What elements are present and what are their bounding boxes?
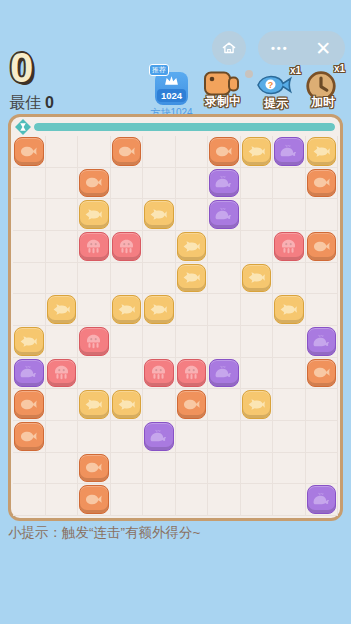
board-cell: [13, 358, 46, 390]
board-cell: [78, 199, 111, 231]
board-cell: [208, 136, 241, 168]
board-cell: [13, 168, 46, 200]
board-cell: [143, 326, 176, 358]
game-board: [8, 114, 343, 521]
orange-fish-icon: [312, 237, 331, 256]
yellow-fish-icon: [247, 268, 266, 287]
board-cell: [46, 389, 79, 421]
pink-jellyfish-icon: [84, 332, 103, 351]
board-cell: [13, 389, 46, 421]
orange-fish-icon: [84, 458, 103, 477]
board-cell: [111, 389, 144, 421]
board-cell: [143, 199, 176, 231]
board-cell: [13, 263, 46, 295]
board-cell: [306, 231, 339, 263]
board-cell: [13, 136, 46, 168]
board-cell: [143, 389, 176, 421]
board-cell: [46, 231, 79, 263]
board-cell: [306, 136, 339, 168]
board-cell: [176, 484, 209, 516]
board-cell: [78, 484, 111, 516]
board-cell: [241, 231, 274, 263]
board-cell: [176, 199, 209, 231]
board-cell: [273, 484, 306, 516]
tile-orange-fish[interactable]: [14, 422, 44, 451]
board-cell: [273, 453, 306, 485]
tile-purple-whale[interactable]: [144, 422, 174, 451]
board-cell: [13, 231, 46, 263]
tile-orange-fish[interactable]: [307, 359, 337, 388]
board-cell: [143, 484, 176, 516]
board-cell: [111, 453, 144, 485]
promo-tag: 推荐: [149, 64, 169, 76]
board-cell: [46, 294, 79, 326]
board-cell: [111, 168, 144, 200]
board-cell: [306, 358, 339, 390]
board-cell: [306, 294, 339, 326]
orange-fish-icon: [312, 363, 331, 382]
board-cell: [111, 326, 144, 358]
board-cell: [46, 263, 79, 295]
board-cell: [143, 136, 176, 168]
time-progress-track: [34, 123, 335, 131]
tile-pink-jellyfish[interactable]: [47, 359, 77, 388]
tile-yellow-fish[interactable]: [177, 264, 207, 293]
purple-whale-icon: [312, 490, 331, 509]
board-cell: [241, 421, 274, 453]
tile-yellow-fish[interactable]: [112, 295, 142, 324]
board-cell: [306, 453, 339, 485]
tile-yellow-fish[interactable]: [177, 232, 207, 261]
tile-orange-fish[interactable]: [112, 137, 142, 166]
tile-yellow-fish[interactable]: [242, 264, 272, 293]
tile-orange-fish[interactable]: [14, 390, 44, 419]
score-value: 0: [10, 44, 33, 92]
tile-pink-jellyfish[interactable]: [79, 327, 109, 356]
board-cell: [143, 231, 176, 263]
board-cell: [46, 453, 79, 485]
yellow-fish-icon: [279, 300, 298, 319]
board-cell: [78, 421, 111, 453]
tile-yellow-fish[interactable]: [144, 295, 174, 324]
add-time-count-badge: x1: [334, 63, 345, 74]
board-cell: [46, 484, 79, 516]
board-cell: [143, 294, 176, 326]
yellow-fish-icon: [182, 268, 201, 287]
board-cell: [306, 326, 339, 358]
board-cell: [46, 421, 79, 453]
board-cell: [13, 484, 46, 516]
board-cell: [273, 421, 306, 453]
board-cell: [208, 421, 241, 453]
best-value: 0: [45, 94, 54, 111]
board-cell: [241, 294, 274, 326]
board-cell: [111, 136, 144, 168]
time-progress-fill: [34, 123, 335, 131]
more-button[interactable]: •••: [258, 42, 302, 54]
tile-yellow-fish[interactable]: [112, 390, 142, 419]
purple-whale-icon: [312, 332, 331, 351]
yellow-fish-icon: [312, 142, 331, 161]
board-cell: [111, 358, 144, 390]
tile-purple-whale[interactable]: [209, 200, 239, 229]
board-cell: [241, 199, 274, 231]
tile-orange-fish[interactable]: [79, 485, 109, 514]
orange-fish-icon: [84, 490, 103, 509]
record-status-dot: [245, 70, 253, 78]
board-cell: [46, 358, 79, 390]
board-cell: [176, 389, 209, 421]
board-cell: [13, 421, 46, 453]
board-cell: [273, 231, 306, 263]
board-cell: [306, 199, 339, 231]
yellow-fish-icon: [247, 395, 266, 414]
board-cell: [111, 421, 144, 453]
hint-label: 提示: [255, 95, 297, 112]
tile-orange-fish[interactable]: [177, 390, 207, 419]
board-cell: [273, 358, 306, 390]
board-cell: [208, 453, 241, 485]
board-cell: [143, 358, 176, 390]
board-cell: [208, 199, 241, 231]
board-cell: [78, 168, 111, 200]
board-cell: [241, 136, 274, 168]
tile-yellow-fish[interactable]: [79, 200, 109, 229]
board-cell: [46, 168, 79, 200]
tile-purple-whale[interactable]: [14, 359, 44, 388]
yellow-fish-icon: [117, 300, 136, 319]
purple-whale-icon: [149, 427, 168, 446]
promo-number: 1024: [157, 89, 186, 102]
yellow-fish-icon: [149, 205, 168, 224]
board-cell: [78, 294, 111, 326]
orange-fish-icon: [312, 173, 331, 192]
board-cell: [208, 294, 241, 326]
tile-purple-whale[interactable]: [274, 137, 304, 166]
board-cell: [78, 358, 111, 390]
tile-pink-jellyfish[interactable]: [177, 359, 207, 388]
tile-pink-jellyfish[interactable]: [144, 359, 174, 388]
tile-yellow-fish[interactable]: [144, 200, 174, 229]
board-cell: [306, 168, 339, 200]
board-cell: [241, 484, 274, 516]
tile-orange-fish[interactable]: [79, 454, 109, 483]
yellow-fish-icon: [84, 205, 103, 224]
record-label: 录制中: [203, 93, 243, 110]
tile-pink-jellyfish[interactable]: [79, 232, 109, 261]
tile-purple-whale[interactable]: [307, 327, 337, 356]
board-grid: [13, 136, 338, 516]
orange-fish-icon: [84, 173, 103, 192]
tile-yellow-fish[interactable]: [274, 295, 304, 324]
promo-app-icon[interactable]: 1024: [155, 72, 188, 105]
purple-whale-icon: [214, 173, 233, 192]
board-cell: [241, 168, 274, 200]
purple-whale-icon: [214, 363, 233, 382]
board-cell: [208, 231, 241, 263]
best-label: 最佳: [9, 94, 41, 111]
tile-yellow-fish[interactable]: [47, 295, 77, 324]
board-cell: [208, 326, 241, 358]
pink-jellyfish-icon: [279, 237, 298, 256]
home-icon: [220, 39, 238, 57]
board-cell: [273, 136, 306, 168]
tile-yellow-fish[interactable]: [242, 390, 272, 419]
hint-count-badge: x1: [290, 65, 301, 76]
board-cell: [241, 453, 274, 485]
board-cell: [306, 263, 339, 295]
board-cell: [208, 389, 241, 421]
board-cell: [176, 136, 209, 168]
record-button[interactable]: 录制中: [203, 70, 243, 110]
add-time-button[interactable]: x1 加时: [304, 69, 342, 111]
tile-yellow-fish[interactable]: [307, 137, 337, 166]
board-cell: [273, 168, 306, 200]
board-cell: [111, 484, 144, 516]
yellow-fish-icon: [52, 300, 71, 319]
close-button[interactable]: ✕: [302, 37, 346, 60]
board-cell: [143, 168, 176, 200]
board-cell: [13, 453, 46, 485]
board-cell: [306, 484, 339, 516]
pink-jellyfish-icon: [52, 363, 71, 382]
board-cell: [78, 231, 111, 263]
purple-whale-icon: [19, 363, 38, 382]
tile-orange-fish[interactable]: [307, 232, 337, 261]
tile-orange-fish[interactable]: [79, 169, 109, 198]
board-cell: [143, 453, 176, 485]
svg-text:?: ?: [268, 80, 274, 90]
board-cell: [241, 389, 274, 421]
pink-jellyfish-icon: [182, 363, 201, 382]
orange-fish-icon: [19, 395, 38, 414]
yellow-fish-icon: [117, 395, 136, 414]
orange-fish-icon: [214, 142, 233, 161]
board-cell: [176, 231, 209, 263]
board-cell: [176, 326, 209, 358]
tile-purple-whale[interactable]: [307, 485, 337, 514]
timer-hourglass-icon: [15, 119, 31, 135]
tile-pink-jellyfish[interactable]: [274, 232, 304, 261]
board-cell: [176, 168, 209, 200]
tile-yellow-fish[interactable]: [79, 390, 109, 419]
tile-yellow-fish[interactable]: [14, 327, 44, 356]
purple-whale-icon: [279, 142, 298, 161]
tile-purple-whale[interactable]: [209, 359, 239, 388]
tile-pink-jellyfish[interactable]: [112, 232, 142, 261]
board-cell: [241, 326, 274, 358]
board-cell: [208, 168, 241, 200]
yellow-fish-icon: [19, 332, 38, 351]
board-cell: [46, 326, 79, 358]
board-cell: [241, 263, 274, 295]
board-cell: [78, 326, 111, 358]
board-cell: [46, 199, 79, 231]
capsule-menu: ••• ✕: [258, 31, 345, 65]
board-cell: [306, 421, 339, 453]
purple-whale-icon: [214, 205, 233, 224]
orange-fish-icon: [19, 427, 38, 446]
board-cell: [143, 263, 176, 295]
tile-orange-fish[interactable]: [307, 169, 337, 198]
crown-icon: [164, 75, 179, 86]
tile-purple-whale[interactable]: [209, 169, 239, 198]
orange-fish-icon: [182, 395, 201, 414]
board-cell: [208, 484, 241, 516]
board-cell: [208, 358, 241, 390]
board-cell: [176, 294, 209, 326]
board-cell: [176, 263, 209, 295]
board-cell: [176, 358, 209, 390]
pink-jellyfish-icon: [84, 237, 103, 256]
board-cell: [78, 263, 111, 295]
home-button[interactable]: [212, 31, 246, 65]
tile-orange-fish[interactable]: [14, 137, 44, 166]
tile-yellow-fish[interactable]: [242, 137, 272, 166]
board-cell: [208, 263, 241, 295]
orange-fish-icon: [19, 142, 38, 161]
board-cell: [273, 294, 306, 326]
board-cell: [273, 263, 306, 295]
pink-jellyfish-icon: [149, 363, 168, 382]
pink-jellyfish-icon: [117, 237, 136, 256]
yellow-fish-icon: [247, 142, 266, 161]
board-cell: [111, 263, 144, 295]
board-cell: [176, 453, 209, 485]
board-cell: [13, 326, 46, 358]
yellow-fish-icon: [149, 300, 168, 319]
board-cell: [111, 231, 144, 263]
add-time-label: 加时: [304, 94, 342, 111]
board-cell: [273, 326, 306, 358]
board-cell: [273, 389, 306, 421]
yellow-fish-icon: [84, 395, 103, 414]
tile-orange-fish[interactable]: [209, 137, 239, 166]
board-cell: [78, 389, 111, 421]
orange-fish-icon: [117, 142, 136, 161]
hint-button[interactable]: ? x1 提示: [255, 72, 297, 112]
board-cell: [111, 294, 144, 326]
board-cell: [111, 199, 144, 231]
board-cell: [273, 199, 306, 231]
board-cell: [13, 294, 46, 326]
board-cell: [306, 389, 339, 421]
board-cell: [13, 199, 46, 231]
board-cell: [176, 421, 209, 453]
bottom-tip: 小提示：触发“连击”有额外得分~: [8, 524, 200, 542]
board-cell: [241, 358, 274, 390]
best-score: 最佳0: [9, 93, 54, 114]
board-cell: [46, 136, 79, 168]
board-cell: [78, 453, 111, 485]
board-cell: [143, 421, 176, 453]
yellow-fish-icon: [182, 237, 201, 256]
board-cell: [78, 136, 111, 168]
